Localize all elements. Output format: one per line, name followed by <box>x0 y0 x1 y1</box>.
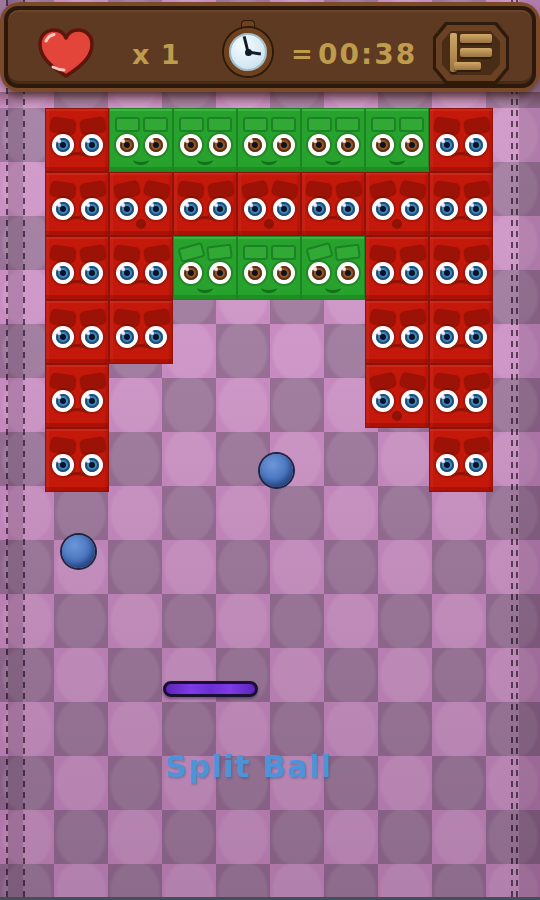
ball <box>62 535 95 568</box>
lives-count: x 1 <box>132 39 181 70</box>
stopwatch-icon <box>224 28 272 76</box>
brick-green-happy <box>173 108 237 172</box>
brick-red-angry <box>45 300 109 364</box>
timer-value: 00:38 <box>318 38 417 71</box>
right-seam <box>519 0 540 900</box>
brick-red-surprised <box>109 172 173 236</box>
powerup-label: Split Ball <box>165 748 332 784</box>
brick-green-happy <box>237 236 301 300</box>
hud-bar: x 1 = 00:38 <box>0 2 540 92</box>
paddle[interactable] <box>163 681 258 697</box>
brick-red-angry <box>429 300 493 364</box>
hud-drop-shadow <box>0 92 540 108</box>
brick-red-angry <box>301 172 365 236</box>
brick-red-angry <box>173 172 237 236</box>
brick-red-angry <box>429 108 493 172</box>
brick-red-angry <box>429 364 493 428</box>
brick-red-angry <box>429 428 493 492</box>
stopwatch-center-pin <box>245 49 252 56</box>
ball <box>260 454 293 487</box>
heart-icon <box>36 27 96 79</box>
brick-red-angry <box>45 364 109 428</box>
brick-red-angry <box>365 236 429 300</box>
menu-icon-plank <box>460 34 492 43</box>
brick-green-happy <box>237 108 301 172</box>
brick-green-happy <box>109 108 173 172</box>
brick-red-angry <box>45 172 109 236</box>
brick-green-happy <box>301 108 365 172</box>
brick-red-angry <box>429 172 493 236</box>
brick-red-angry <box>429 236 493 300</box>
right-stitch-line-2 <box>516 0 518 900</box>
game-screen: Split Ball x 1 = 00:38 <box>0 0 540 900</box>
brick-red-angry <box>365 300 429 364</box>
brick-red-angry <box>45 428 109 492</box>
brick-red-angry <box>45 108 109 172</box>
brick-green-happy <box>365 108 429 172</box>
brick-red-angry <box>45 236 109 300</box>
timer-equals-sign: = <box>291 39 314 69</box>
left-stitch-line-2 <box>23 0 25 900</box>
menu-button[interactable] <box>433 22 509 84</box>
right-stitch-line-1 <box>511 0 513 900</box>
left-seam <box>8 0 23 900</box>
brick-red-surprised <box>365 364 429 428</box>
menu-icon-plank <box>454 62 481 70</box>
brick-red-angry <box>109 300 173 364</box>
menu-icon-plank <box>460 48 492 57</box>
brick-red-angry <box>109 236 173 300</box>
brick-green-happy-tilt <box>173 236 237 300</box>
brick-red-surprised <box>365 172 429 236</box>
left-stitch-line-1 <box>6 0 8 900</box>
brick-green-happy-tilt <box>301 236 365 300</box>
menu-list-icon <box>450 33 494 73</box>
brick-red-surprised <box>237 172 301 236</box>
brick-grid <box>45 108 493 492</box>
